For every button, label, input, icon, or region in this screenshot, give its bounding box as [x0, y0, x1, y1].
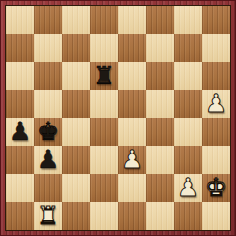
square-f4[interactable] — [146, 118, 174, 146]
square-b1[interactable]: ♜ — [34, 202, 62, 230]
square-d3[interactable] — [90, 146, 118, 174]
square-e7[interactable] — [118, 34, 146, 62]
piece-black-rook-d6[interactable]: ♜ — [93, 62, 115, 90]
piece-black-pawn-b3[interactable]: ♟ — [37, 146, 59, 174]
square-d6[interactable]: ♜ — [90, 62, 118, 90]
square-f3[interactable] — [146, 146, 174, 174]
square-c8[interactable] — [62, 6, 90, 34]
square-f5[interactable] — [146, 90, 174, 118]
square-a7[interactable] — [6, 34, 34, 62]
square-a4[interactable]: ♟ — [6, 118, 34, 146]
square-g6[interactable] — [174, 62, 202, 90]
square-e5[interactable] — [118, 90, 146, 118]
square-g3[interactable] — [174, 146, 202, 174]
square-a8[interactable] — [6, 6, 34, 34]
square-b8[interactable] — [34, 6, 62, 34]
square-a5[interactable] — [6, 90, 34, 118]
square-a6[interactable] — [6, 62, 34, 90]
square-g7[interactable] — [174, 34, 202, 62]
square-f7[interactable] — [146, 34, 174, 62]
square-g2[interactable]: ♟ — [174, 174, 202, 202]
square-f8[interactable] — [146, 6, 174, 34]
square-h5[interactable]: ♟ — [202, 90, 230, 118]
square-b3[interactable]: ♟ — [34, 146, 62, 174]
square-b5[interactable] — [34, 90, 62, 118]
square-h6[interactable] — [202, 62, 230, 90]
piece-white-king-h2[interactable]: ♚ — [205, 174, 227, 202]
square-b7[interactable] — [34, 34, 62, 62]
square-c5[interactable] — [62, 90, 90, 118]
square-c7[interactable] — [62, 34, 90, 62]
square-c4[interactable] — [62, 118, 90, 146]
square-h3[interactable] — [202, 146, 230, 174]
square-a1[interactable] — [6, 202, 34, 230]
square-f1[interactable] — [146, 202, 174, 230]
square-d4[interactable] — [90, 118, 118, 146]
square-e1[interactable] — [118, 202, 146, 230]
square-b4[interactable]: ♚ — [34, 118, 62, 146]
square-h8[interactable] — [202, 6, 230, 34]
square-g4[interactable] — [174, 118, 202, 146]
square-h1[interactable] — [202, 202, 230, 230]
square-b6[interactable] — [34, 62, 62, 90]
square-g5[interactable] — [174, 90, 202, 118]
square-d2[interactable] — [90, 174, 118, 202]
square-f2[interactable] — [146, 174, 174, 202]
board-frame: ♜♟♟♚♟♟♟♚♜ — [0, 0, 236, 236]
square-d8[interactable] — [90, 6, 118, 34]
piece-white-pawn-h5[interactable]: ♟ — [205, 90, 227, 118]
square-e4[interactable] — [118, 118, 146, 146]
piece-white-rook-b1[interactable]: ♜ — [37, 202, 59, 230]
piece-white-pawn-e3[interactable]: ♟ — [121, 146, 143, 174]
piece-black-king-b4[interactable]: ♚ — [37, 118, 59, 146]
square-f6[interactable] — [146, 62, 174, 90]
piece-black-pawn-a4[interactable]: ♟ — [9, 118, 31, 146]
square-h2[interactable]: ♚ — [202, 174, 230, 202]
square-e2[interactable] — [118, 174, 146, 202]
square-d7[interactable] — [90, 34, 118, 62]
square-e3[interactable]: ♟ — [118, 146, 146, 174]
square-h4[interactable] — [202, 118, 230, 146]
square-e6[interactable] — [118, 62, 146, 90]
square-a2[interactable] — [6, 174, 34, 202]
square-c1[interactable] — [62, 202, 90, 230]
square-d1[interactable] — [90, 202, 118, 230]
square-a3[interactable] — [6, 146, 34, 174]
square-c6[interactable] — [62, 62, 90, 90]
square-g1[interactable] — [174, 202, 202, 230]
square-c2[interactable] — [62, 174, 90, 202]
chess-board: ♜♟♟♚♟♟♟♚♜ — [6, 6, 230, 230]
square-e8[interactable] — [118, 6, 146, 34]
square-c3[interactable] — [62, 146, 90, 174]
piece-white-pawn-g2[interactable]: ♟ — [177, 174, 199, 202]
square-h7[interactable] — [202, 34, 230, 62]
square-d5[interactable] — [90, 90, 118, 118]
square-g8[interactable] — [174, 6, 202, 34]
square-b2[interactable] — [34, 174, 62, 202]
